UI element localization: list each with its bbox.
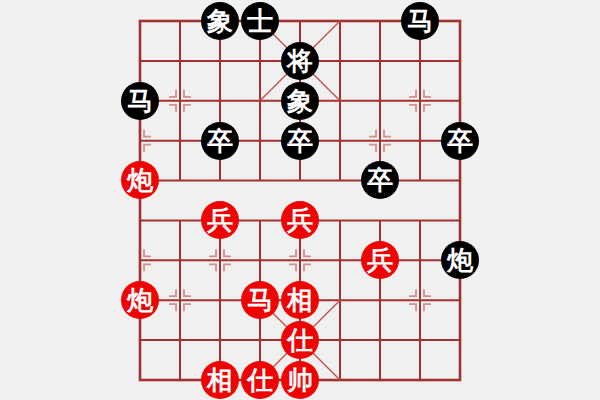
piece-black-elephant[interactable]: 象 [281, 82, 319, 120]
piece-red-elephant[interactable]: 相 [201, 361, 239, 399]
piece-black-horse[interactable]: 马 [401, 2, 439, 40]
piece-red-elephant[interactable]: 相 [281, 281, 319, 319]
piece-red-cannon[interactable]: 炮 [121, 161, 159, 199]
piece-black-soldier[interactable]: 卒 [201, 122, 239, 160]
piece-red-general[interactable]: 帅 [281, 361, 319, 399]
piece-black-soldier[interactable]: 卒 [441, 122, 479, 160]
piece-red-advisor[interactable]: 仕 [241, 361, 279, 399]
piece-black-general[interactable]: 将 [281, 42, 319, 80]
piece-black-horse[interactable]: 马 [121, 82, 159, 120]
piece-black-advisor[interactable]: 士 [241, 2, 279, 40]
xiangqi-screenshot: 象士马将马象卒卒卒炮卒兵兵兵炮炮马相仕相仕帅 [0, 0, 600, 400]
piece-red-advisor[interactable]: 仕 [281, 321, 319, 359]
piece-black-elephant[interactable]: 象 [201, 2, 239, 40]
piece-red-soldier[interactable]: 兵 [361, 241, 399, 279]
piece-red-soldier[interactable]: 兵 [281, 201, 319, 239]
piece-red-horse[interactable]: 马 [241, 281, 279, 319]
piece-black-soldier[interactable]: 卒 [281, 122, 319, 160]
xiangqi-board[interactable]: 象士马将马象卒卒卒炮卒兵兵兵炮炮马相仕相仕帅 [120, 1, 480, 400]
piece-red-soldier[interactable]: 兵 [201, 201, 239, 239]
piece-red-cannon[interactable]: 炮 [121, 281, 159, 319]
piece-black-cannon[interactable]: 炮 [441, 241, 479, 279]
piece-black-soldier[interactable]: 卒 [361, 161, 399, 199]
